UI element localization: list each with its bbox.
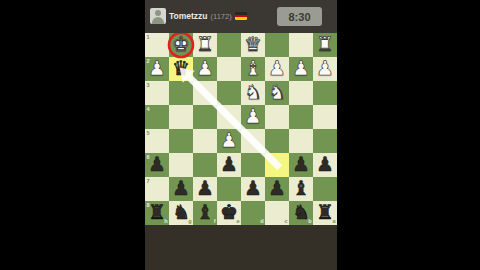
- square-c5[interactable]: [265, 129, 289, 153]
- black-pawn: ♟: [169, 177, 193, 201]
- square-a1[interactable]: ♜: [313, 33, 337, 57]
- square-f4[interactable]: [193, 105, 217, 129]
- square-e2[interactable]: [217, 57, 241, 81]
- black-rook: ♜: [313, 201, 337, 225]
- square-g5[interactable]: [169, 129, 193, 153]
- square-a5[interactable]: [313, 129, 337, 153]
- square-c8[interactable]: c: [265, 201, 289, 225]
- square-b2[interactable]: ♟: [289, 57, 313, 81]
- black-king: ♚: [217, 201, 241, 225]
- black-pawn: ♟: [265, 177, 289, 201]
- black-pawn: ♟: [217, 153, 241, 177]
- white-rook: ♜: [193, 33, 217, 57]
- square-h3[interactable]: 3: [145, 81, 169, 105]
- black-pawn: ♟: [193, 177, 217, 201]
- file-label: e: [236, 218, 239, 224]
- rank-label: 6: [147, 154, 150, 160]
- opponent-info[interactable]: Tometzzu (1172): [150, 8, 247, 24]
- square-f1[interactable]: ♜: [193, 33, 217, 57]
- square-d6[interactable]: [241, 153, 265, 177]
- square-h2[interactable]: ♟2: [145, 57, 169, 81]
- black-knight: ♞: [169, 201, 193, 225]
- germany-flag-icon: [235, 12, 247, 20]
- square-c2[interactable]: ♟: [265, 57, 289, 81]
- square-a4[interactable]: [313, 105, 337, 129]
- square-a7[interactable]: [313, 177, 337, 201]
- square-h8[interactable]: ♜8h: [145, 201, 169, 225]
- opponent-name: Tometzzu: [169, 11, 208, 21]
- square-b8[interactable]: ♞b: [289, 201, 313, 225]
- rank-label: 4: [147, 106, 150, 112]
- square-g7[interactable]: ♟: [169, 177, 193, 201]
- rank-label: 1: [147, 34, 150, 40]
- square-d7[interactable]: ♟: [241, 177, 265, 201]
- rank-label: 5: [147, 130, 150, 136]
- white-bishop: ♝: [241, 57, 265, 81]
- file-label: f: [214, 218, 216, 224]
- square-g2[interactable]: ♛: [169, 57, 193, 81]
- square-e3[interactable]: [217, 81, 241, 105]
- square-d4[interactable]: ♟: [241, 105, 265, 129]
- square-b6[interactable]: ♟: [289, 153, 313, 177]
- black-pawn: ♟: [313, 153, 337, 177]
- file-label: b: [308, 218, 311, 224]
- square-f5[interactable]: [193, 129, 217, 153]
- square-h4[interactable]: 4: [145, 105, 169, 129]
- square-b3[interactable]: [289, 81, 313, 105]
- square-e1[interactable]: [217, 33, 241, 57]
- square-h6[interactable]: ♟6: [145, 153, 169, 177]
- white-pawn: ♟: [217, 129, 241, 153]
- file-label: d: [260, 218, 263, 224]
- white-pawn: ♟: [313, 57, 337, 81]
- square-f2[interactable]: ♟: [193, 57, 217, 81]
- white-queen: ♛: [241, 33, 265, 57]
- white-pawn: ♟: [265, 57, 289, 81]
- square-e7[interactable]: [217, 177, 241, 201]
- chess-app-window: Tometzzu (1172) 8:30 1♚♜♛♜♟2♛♟♝♟♟♟3♞♞4♟5…: [145, 0, 337, 270]
- square-e4[interactable]: [217, 105, 241, 129]
- white-knight: ♞: [265, 81, 289, 105]
- square-c7[interactable]: ♟: [265, 177, 289, 201]
- white-pawn: ♟: [241, 105, 265, 129]
- square-e6[interactable]: ♟: [217, 153, 241, 177]
- square-g8[interactable]: ♞g: [169, 201, 193, 225]
- square-b7[interactable]: ♝: [289, 177, 313, 201]
- square-c4[interactable]: [265, 105, 289, 129]
- rank-label: 7: [147, 178, 150, 184]
- square-g6[interactable]: [169, 153, 193, 177]
- file-label: g: [188, 218, 191, 224]
- square-g4[interactable]: [169, 105, 193, 129]
- rank-label: 8: [147, 202, 150, 208]
- black-bishop: ♝: [289, 177, 313, 201]
- black-knight: ♞: [289, 201, 313, 225]
- file-label: a: [332, 218, 335, 224]
- opponent-rating: (1172): [211, 12, 232, 21]
- square-f3[interactable]: [193, 81, 217, 105]
- black-rook: ♜: [145, 201, 169, 225]
- black-pawn: ♟: [241, 177, 265, 201]
- screen: Tometzzu (1172) 8:30 1♚♜♛♜♟2♛♟♝♟♟♟3♞♞4♟5…: [0, 0, 480, 270]
- square-e8[interactable]: ♚e: [217, 201, 241, 225]
- square-d1[interactable]: ♛: [241, 33, 265, 57]
- square-g1[interactable]: ♚: [169, 33, 193, 57]
- square-a8[interactable]: ♜a: [313, 201, 337, 225]
- square-b4[interactable]: [289, 105, 313, 129]
- square-h7[interactable]: 7: [145, 177, 169, 201]
- rank-label: 3: [147, 82, 150, 88]
- square-c3[interactable]: ♞: [265, 81, 289, 105]
- file-label: h: [164, 218, 167, 224]
- square-h1[interactable]: 1: [145, 33, 169, 57]
- opponent-bar: Tometzzu (1172) 8:30: [145, 0, 337, 33]
- square-h5[interactable]: 5: [145, 129, 169, 153]
- player-bar: MrChess971 (1118) ♟ ♝ +4 9:14 XRecorder: [145, 225, 337, 270]
- black-queen: ♛: [169, 57, 193, 81]
- white-rook: ♜: [313, 33, 337, 57]
- rank-label: 2: [147, 58, 150, 64]
- square-b1[interactable]: [289, 33, 313, 57]
- opponent-clock: 8:30: [277, 7, 322, 26]
- square-f7[interactable]: ♟: [193, 177, 217, 201]
- square-b5[interactable]: [289, 129, 313, 153]
- white-pawn: ♟: [145, 57, 169, 81]
- white-king: ♚: [169, 33, 193, 57]
- square-d3[interactable]: ♞: [241, 81, 265, 105]
- black-pawn: ♟: [145, 153, 169, 177]
- square-f6[interactable]: [193, 153, 217, 177]
- white-knight: ♞: [241, 81, 265, 105]
- opponent-avatar[interactable]: [150, 8, 166, 24]
- square-f8[interactable]: ♝f: [193, 201, 217, 225]
- square-d2[interactable]: ♝: [241, 57, 265, 81]
- square-a3[interactable]: [313, 81, 337, 105]
- square-e5[interactable]: ♟: [217, 129, 241, 153]
- square-c1[interactable]: [265, 33, 289, 57]
- square-c6[interactable]: [265, 153, 289, 177]
- black-pawn: ♟: [289, 153, 313, 177]
- white-pawn: ♟: [289, 57, 313, 81]
- square-d5[interactable]: [241, 129, 265, 153]
- square-a6[interactable]: ♟: [313, 153, 337, 177]
- square-a2[interactable]: ♟: [313, 57, 337, 81]
- square-d8[interactable]: d: [241, 201, 265, 225]
- file-label: c: [284, 218, 287, 224]
- black-bishop: ♝: [193, 201, 217, 225]
- square-g3[interactable]: [169, 81, 193, 105]
- white-pawn: ♟: [193, 57, 217, 81]
- chess-board[interactable]: 1♚♜♛♜♟2♛♟♝♟♟♟3♞♞4♟5♟♟6♟♟♟7♟♟♟♟♝♜8h♞g♝f♚e…: [145, 33, 337, 225]
